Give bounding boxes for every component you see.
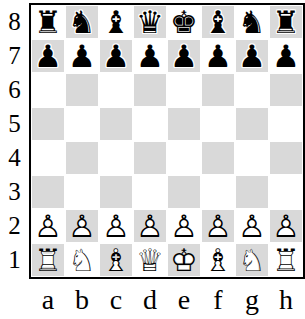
- square-g2[interactable]: ♟♙: [235, 209, 269, 243]
- square-g7[interactable]: ♟: [235, 39, 269, 73]
- square-a1[interactable]: ♜♖: [31, 243, 65, 277]
- square-f5[interactable]: [201, 107, 235, 141]
- piece-white-pawn: ♟♙: [269, 209, 303, 243]
- square-d7[interactable]: ♟: [133, 39, 167, 73]
- piece-outline-layer: ♙: [201, 209, 235, 243]
- piece-black-knight: ♞: [65, 5, 99, 39]
- square-a7[interactable]: ♟: [31, 39, 65, 73]
- rank-label-4: 4: [0, 141, 29, 175]
- piece-black-pawn: ♟: [235, 39, 269, 73]
- piece-black-bishop: ♝: [201, 5, 235, 39]
- square-g4[interactable]: [235, 141, 269, 175]
- square-b5[interactable]: [65, 107, 99, 141]
- square-e5[interactable]: [167, 107, 201, 141]
- piece-white-bishop: ♝♗: [99, 243, 133, 277]
- square-f6[interactable]: [201, 73, 235, 107]
- file-label-c: c: [99, 282, 133, 318]
- square-c8[interactable]: ♝: [99, 5, 133, 39]
- square-f7[interactable]: ♟: [201, 39, 235, 73]
- rank-label-6: 6: [0, 73, 29, 107]
- piece-outline-layer: ♙: [133, 209, 167, 243]
- square-b4[interactable]: [65, 141, 99, 175]
- square-a3[interactable]: [31, 175, 65, 209]
- square-f2[interactable]: ♟♙: [201, 209, 235, 243]
- file-labels: abcdefgh: [31, 282, 303, 318]
- square-a6[interactable]: [31, 73, 65, 107]
- piece-outline-layer: ♘: [65, 243, 99, 277]
- piece-white-pawn: ♟♙: [167, 209, 201, 243]
- file-label-b: b: [65, 282, 99, 318]
- square-a8[interactable]: ♜: [31, 5, 65, 39]
- piece-black-pawn: ♟: [201, 39, 235, 73]
- piece-outline-layer: ♙: [31, 209, 65, 243]
- piece-white-queen: ♛♕: [133, 243, 167, 277]
- piece-outline-layer: ♕: [133, 243, 167, 277]
- piece-outline-layer: ♙: [235, 209, 269, 243]
- square-h5[interactable]: [269, 107, 303, 141]
- square-e8[interactable]: ♚: [167, 5, 201, 39]
- square-d5[interactable]: [133, 107, 167, 141]
- piece-outline-layer: ♗: [99, 243, 133, 277]
- square-c6[interactable]: [99, 73, 133, 107]
- piece-outline-layer: ♙: [65, 209, 99, 243]
- piece-outline-layer: ♖: [269, 243, 303, 277]
- file-label-e: e: [167, 282, 201, 318]
- square-b3[interactable]: [65, 175, 99, 209]
- square-a4[interactable]: [31, 141, 65, 175]
- rank-labels: 87654321: [0, 5, 29, 277]
- piece-white-rook: ♜♖: [269, 243, 303, 277]
- square-g8[interactable]: ♞: [235, 5, 269, 39]
- piece-outline-layer: ♗: [201, 243, 235, 277]
- square-b2[interactable]: ♟♙: [65, 209, 99, 243]
- piece-black-pawn: ♟: [65, 39, 99, 73]
- piece-white-king: ♚♔: [167, 243, 201, 277]
- square-e6[interactable]: [167, 73, 201, 107]
- piece-black-pawn: ♟: [133, 39, 167, 73]
- square-g5[interactable]: [235, 107, 269, 141]
- piece-outline-layer: ♙: [269, 209, 303, 243]
- file-label-h: h: [269, 282, 303, 318]
- chess-board: ♜♞♝♛♚♝♞♜♟♟♟♟♟♟♟♟♟♙♟♙♟♙♟♙♟♙♟♙♟♙♟♙♜♖♞♘♝♗♛♕…: [29, 3, 305, 279]
- piece-white-pawn: ♟♙: [31, 209, 65, 243]
- square-c3[interactable]: [99, 175, 133, 209]
- square-d2[interactable]: ♟♙: [133, 209, 167, 243]
- piece-white-knight: ♞♘: [235, 243, 269, 277]
- piece-white-bishop: ♝♗: [201, 243, 235, 277]
- square-g6[interactable]: [235, 73, 269, 107]
- rank-label-8: 8: [0, 5, 29, 39]
- square-h6[interactable]: [269, 73, 303, 107]
- rank-label-5: 5: [0, 107, 29, 141]
- square-b1[interactable]: ♞♘: [65, 243, 99, 277]
- square-h7[interactable]: ♟: [269, 39, 303, 73]
- piece-outline-layer: ♙: [167, 209, 201, 243]
- rank-label-3: 3: [0, 175, 29, 209]
- piece-black-pawn: ♟: [269, 39, 303, 73]
- square-f1[interactable]: ♝♗: [201, 243, 235, 277]
- piece-outline-layer: ♔: [167, 243, 201, 277]
- piece-black-pawn: ♟: [31, 39, 65, 73]
- piece-black-rook: ♜: [269, 5, 303, 39]
- rank-label-7: 7: [0, 39, 29, 73]
- square-e4[interactable]: [167, 141, 201, 175]
- square-e1[interactable]: ♚♔: [167, 243, 201, 277]
- square-h3[interactable]: [269, 175, 303, 209]
- square-c5[interactable]: [99, 107, 133, 141]
- piece-black-rook: ♜: [31, 5, 65, 39]
- file-label-a: a: [31, 282, 65, 318]
- file-label-g: g: [235, 282, 269, 318]
- piece-outline-layer: ♙: [99, 209, 133, 243]
- piece-black-queen: ♛: [133, 5, 167, 39]
- square-h1[interactable]: ♜♖: [269, 243, 303, 277]
- rank-label-2: 2: [0, 209, 29, 243]
- square-c2[interactable]: ♟♙: [99, 209, 133, 243]
- square-f3[interactable]: [201, 175, 235, 209]
- square-b6[interactable]: [65, 73, 99, 107]
- piece-white-pawn: ♟♙: [235, 209, 269, 243]
- square-e7[interactable]: ♟: [167, 39, 201, 73]
- square-f4[interactable]: [201, 141, 235, 175]
- square-d3[interactable]: [133, 175, 167, 209]
- square-e3[interactable]: [167, 175, 201, 209]
- square-f8[interactable]: ♝: [201, 5, 235, 39]
- piece-black-knight: ♞: [235, 5, 269, 39]
- square-g1[interactable]: ♞♘: [235, 243, 269, 277]
- piece-black-bishop: ♝: [99, 5, 133, 39]
- square-h8[interactable]: ♜: [269, 5, 303, 39]
- square-g3[interactable]: [235, 175, 269, 209]
- piece-black-king: ♚: [167, 5, 201, 39]
- piece-white-rook: ♜♖: [31, 243, 65, 277]
- piece-white-pawn: ♟♙: [201, 209, 235, 243]
- file-label-f: f: [201, 282, 235, 318]
- piece-white-pawn: ♟♙: [99, 209, 133, 243]
- square-c4[interactable]: [99, 141, 133, 175]
- square-e2[interactable]: ♟♙: [167, 209, 201, 243]
- square-d1[interactable]: ♛♕: [133, 243, 167, 277]
- square-a5[interactable]: [31, 107, 65, 141]
- square-d6[interactable]: [133, 73, 167, 107]
- file-label-d: d: [133, 282, 167, 318]
- square-c1[interactable]: ♝♗: [99, 243, 133, 277]
- square-a2[interactable]: ♟♙: [31, 209, 65, 243]
- chess-diagram: 87654321 ♜♞♝♛♚♝♞♜♟♟♟♟♟♟♟♟♟♙♟♙♟♙♟♙♟♙♟♙♟♙♟…: [0, 0, 305, 319]
- square-d4[interactable]: [133, 141, 167, 175]
- square-h4[interactable]: [269, 141, 303, 175]
- piece-black-pawn: ♟: [167, 39, 201, 73]
- square-d8[interactable]: ♛: [133, 5, 167, 39]
- square-h2[interactable]: ♟♙: [269, 209, 303, 243]
- square-b8[interactable]: ♞: [65, 5, 99, 39]
- square-c7[interactable]: ♟: [99, 39, 133, 73]
- piece-outline-layer: ♖: [31, 243, 65, 277]
- square-b7[interactable]: ♟: [65, 39, 99, 73]
- piece-black-pawn: ♟: [99, 39, 133, 73]
- piece-white-pawn: ♟♙: [65, 209, 99, 243]
- piece-outline-layer: ♘: [235, 243, 269, 277]
- piece-white-knight: ♞♘: [65, 243, 99, 277]
- rank-label-1: 1: [0, 243, 29, 277]
- piece-white-pawn: ♟♙: [133, 209, 167, 243]
